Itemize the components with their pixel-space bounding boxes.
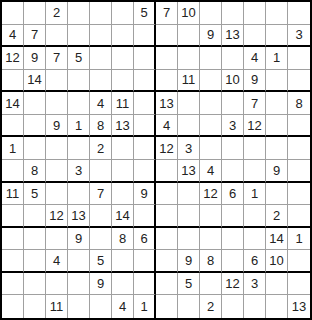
cell-r5c14: 8 [288,92,310,115]
cell-r3c7[interactable] [134,47,156,70]
cell-r3c1: 12 [2,47,24,70]
cell-r14c8[interactable] [156,295,178,318]
cell-r2c9[interactable] [178,25,200,48]
cell-r7c10[interactable] [200,137,222,160]
cell-r11c12[interactable] [244,228,266,251]
cell-r6c8: 4 [156,115,178,138]
cell-r5c5: 4 [90,92,112,115]
cell-r5c2[interactable] [24,92,46,115]
cell-r13c2[interactable] [24,273,46,296]
cell-r1c5[interactable] [90,2,112,25]
cell-r13c9: 5 [178,273,200,296]
cell-r10c10[interactable] [200,205,222,228]
cell-r13c10[interactable] [200,273,222,296]
cell-r8c8[interactable] [156,160,178,183]
cell-r11c13: 14 [266,228,288,251]
cell-r11c3[interactable] [46,228,68,251]
cell-r9c3[interactable] [46,183,68,206]
cell-r8c5[interactable] [90,160,112,183]
cell-r11c1[interactable] [2,228,24,251]
cell-r2c8[interactable] [156,25,178,48]
cell-r6c1[interactable] [2,115,24,138]
cell-r6c13[interactable] [266,115,288,138]
sudoku-board: 2571047913312975411411109144111378918134… [0,0,312,320]
cell-r4c13[interactable] [266,70,288,93]
cell-r11c7: 6 [134,228,156,251]
cell-r5c8: 13 [156,92,178,115]
cell-r9c12: 1 [244,183,266,206]
cell-r7c8: 12 [156,137,178,160]
cell-r13c11: 12 [222,273,244,296]
cell-r1c13[interactable] [266,2,288,25]
cell-r2c13[interactable] [266,25,288,48]
cell-r1c9: 10 [178,2,200,25]
cell-r9c2: 5 [24,183,46,206]
cell-r11c9[interactable] [178,228,200,251]
cell-r4c4[interactable] [68,70,90,93]
cell-r13c3[interactable] [46,273,68,296]
cell-r13c8[interactable] [156,273,178,296]
cell-r8c14[interactable] [288,160,310,183]
cell-r12c6[interactable] [112,250,134,273]
cell-r1c6[interactable] [112,2,134,25]
cell-r4c2: 14 [24,70,46,93]
cell-r9c1: 11 [2,183,24,206]
cell-r8c1[interactable] [2,160,24,183]
cell-r3c10[interactable] [200,47,222,70]
cell-r7c7[interactable] [134,137,156,160]
cell-r6c4: 1 [68,115,90,138]
cell-r9c8[interactable] [156,183,178,206]
cell-r7c13[interactable] [266,137,288,160]
cell-r14c5[interactable] [90,295,112,318]
cell-r1c7: 5 [134,2,156,25]
cell-r8c12[interactable] [244,160,266,183]
cell-r8c7[interactable] [134,160,156,183]
cell-r11c11[interactable] [222,228,244,251]
cell-r5c7[interactable] [134,92,156,115]
cell-r3c5[interactable] [90,47,112,70]
cell-r12c11[interactable] [222,250,244,273]
cell-r12c9: 9 [178,250,200,273]
cell-r9c9[interactable] [178,183,200,206]
cell-r3c14[interactable] [288,47,310,70]
cell-r12c1[interactable] [2,250,24,273]
cell-r12c12: 6 [244,250,266,273]
cell-r13c7[interactable] [134,273,156,296]
cell-r2c2: 7 [24,25,46,48]
cell-r1c11[interactable] [222,2,244,25]
cell-r2c12[interactable] [244,25,266,48]
cell-r14c9[interactable] [178,295,200,318]
cell-r8c4: 3 [68,160,90,183]
cell-r4c1[interactable] [2,70,24,93]
cell-r10c13: 2 [266,205,288,228]
cell-r10c12[interactable] [244,205,266,228]
cell-r2c6[interactable] [112,25,134,48]
cell-r9c11: 6 [222,183,244,206]
cell-r6c6: 13 [112,115,134,138]
cell-r4c10[interactable] [200,70,222,93]
cell-r4c7[interactable] [134,70,156,93]
cell-r14c3: 11 [46,295,68,318]
cell-r12c13: 10 [266,250,288,273]
cell-r7c3[interactable] [46,137,68,160]
cell-r13c6[interactable] [112,273,134,296]
cell-r10c2[interactable] [24,205,46,228]
cell-r2c5[interactable] [90,25,112,48]
cell-r1c12[interactable] [244,2,266,25]
cell-r6c10[interactable] [200,115,222,138]
cell-r10c7[interactable] [134,205,156,228]
cell-r12c4[interactable] [68,250,90,273]
cell-r10c8[interactable] [156,205,178,228]
cell-r1c14[interactable] [288,2,310,25]
cell-r11c5[interactable] [90,228,112,251]
cell-r13c5: 9 [90,273,112,296]
cell-r3c4: 5 [68,47,90,70]
cell-r6c5: 8 [90,115,112,138]
cell-r1c1[interactable] [2,2,24,25]
cell-r3c13: 1 [266,47,288,70]
cell-r12c3: 4 [46,250,68,273]
cell-r12c2[interactable] [24,250,46,273]
cell-r6c7[interactable] [134,115,156,138]
cell-r3c3: 7 [46,47,68,70]
cell-r4c5[interactable] [90,70,112,93]
cell-r5c3[interactable] [46,92,68,115]
cell-r12c8[interactable] [156,250,178,273]
cell-r4c3[interactable] [46,70,68,93]
cell-r4c9: 11 [178,70,200,93]
cell-r8c3[interactable] [46,160,68,183]
cell-r9c4[interactable] [68,183,90,206]
cell-r1c4[interactable] [68,2,90,25]
cell-r14c13[interactable] [266,295,288,318]
cell-r14c10: 2 [200,295,222,318]
cell-r6c3: 9 [46,115,68,138]
cell-r3c11[interactable] [222,47,244,70]
cell-r2c10: 9 [200,25,222,48]
cell-r10c4: 13 [68,205,90,228]
cell-r5c13[interactable] [266,92,288,115]
cell-r6c12: 12 [244,115,266,138]
cell-r9c10: 12 [200,183,222,206]
cell-r2c14: 3 [288,25,310,48]
cell-r13c4[interactable] [68,273,90,296]
cell-r8c13: 9 [266,160,288,183]
cell-r9c5: 7 [90,183,112,206]
cell-r13c12: 3 [244,273,266,296]
cell-r5c10[interactable] [200,92,222,115]
cell-r14c1[interactable] [2,295,24,318]
cell-r7c12[interactable] [244,137,266,160]
cell-r10c5[interactable] [90,205,112,228]
cell-r11c2[interactable] [24,228,46,251]
cell-r5c1: 14 [2,92,24,115]
cell-r8c10: 4 [200,160,222,183]
cell-r10c14[interactable] [288,205,310,228]
cell-r14c6: 4 [112,295,134,318]
cell-r5c6: 11 [112,92,134,115]
cell-r3c6[interactable] [112,47,134,70]
cell-r8c9: 13 [178,160,200,183]
cell-r13c14[interactable] [288,273,310,296]
cell-r7c5: 2 [90,137,112,160]
cell-r2c1: 4 [2,25,24,48]
cell-r1c10[interactable] [200,2,222,25]
cell-r11c10[interactable] [200,228,222,251]
cell-r7c2[interactable] [24,137,46,160]
cell-r4c8[interactable] [156,70,178,93]
cell-r7c4[interactable] [68,137,90,160]
cell-r12c14[interactable] [288,250,310,273]
cell-r13c1[interactable] [2,273,24,296]
cell-r10c3: 12 [46,205,68,228]
cell-r12c7[interactable] [134,250,156,273]
cell-r11c6: 8 [112,228,134,251]
cell-r9c7: 9 [134,183,156,206]
cell-r4c6[interactable] [112,70,134,93]
cell-r14c7: 1 [134,295,156,318]
cell-r1c2[interactable] [24,2,46,25]
cell-r2c3[interactable] [46,25,68,48]
cell-r6c11: 3 [222,115,244,138]
cell-r9c14[interactable] [288,183,310,206]
cell-r9c13[interactable] [266,183,288,206]
cell-r7c9: 3 [178,137,200,160]
cell-r3c8[interactable] [156,47,178,70]
cell-r4c12: 9 [244,70,266,93]
cell-r10c1[interactable] [2,205,24,228]
cell-r14c12[interactable] [244,295,266,318]
cell-r5c9[interactable] [178,92,200,115]
cell-r2c7[interactable] [134,25,156,48]
cell-r3c12: 4 [244,47,266,70]
cell-r4c14[interactable] [288,70,310,93]
cell-r8c6[interactable] [112,160,134,183]
cell-r11c8[interactable] [156,228,178,251]
cell-r10c6: 14 [112,205,134,228]
cell-r1c3: 2 [46,2,68,25]
cell-r7c6[interactable] [112,137,134,160]
cell-r7c14[interactable] [288,137,310,160]
cell-r13c13[interactable] [266,273,288,296]
cell-r4c11: 10 [222,70,244,93]
cell-r8c11[interactable] [222,160,244,183]
cell-r5c4[interactable] [68,92,90,115]
cell-r3c2: 9 [24,47,46,70]
cell-r14c11[interactable] [222,295,244,318]
cell-r5c12: 7 [244,92,266,115]
cell-r6c2[interactable] [24,115,46,138]
cell-r3c9[interactable] [178,47,200,70]
cell-r7c11[interactable] [222,137,244,160]
cell-r14c2[interactable] [24,295,46,318]
cell-r11c4: 9 [68,228,90,251]
cell-r12c5: 5 [90,250,112,273]
cell-r6c9[interactable] [178,115,200,138]
cell-r2c11: 13 [222,25,244,48]
cell-r8c2: 8 [24,160,46,183]
cell-r12c10: 8 [200,250,222,273]
cell-r2c4[interactable] [68,25,90,48]
cell-r7c1: 1 [2,137,24,160]
cell-r1c8: 7 [156,2,178,25]
cell-r5c11[interactable] [222,92,244,115]
cell-r10c11[interactable] [222,205,244,228]
cell-r11c14: 1 [288,228,310,251]
cell-r10c9[interactable] [178,205,200,228]
cell-r6c14[interactable] [288,115,310,138]
cell-r9c6[interactable] [112,183,134,206]
cell-r14c4[interactable] [68,295,90,318]
cell-r14c14: 13 [288,295,310,318]
